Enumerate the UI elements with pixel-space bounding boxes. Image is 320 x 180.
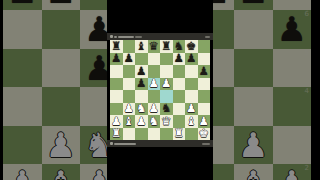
square-h1[interactable]: ♚ (198, 128, 211, 141)
black-rook: ♜ (111, 41, 121, 53)
square-c1[interactable] (135, 128, 148, 141)
square-d4[interactable] (148, 90, 161, 103)
square-c6[interactable]: ♟ (135, 65, 148, 78)
square-g3[interactable]: ♟ (185, 103, 198, 116)
square-f2[interactable] (173, 115, 186, 128)
square-e8[interactable]: ♜ (160, 40, 173, 53)
top-player-bar (107, 33, 213, 40)
black-knight: ♞ (174, 41, 184, 53)
square-a1[interactable]: ♜ (110, 128, 123, 141)
square-g5[interactable] (185, 78, 198, 91)
bottom-player-avatar-icon (110, 142, 113, 145)
square-c3[interactable]: ♞ (135, 103, 148, 116)
square-e2[interactable]: ♛ (160, 115, 173, 128)
white-pawn: ♟ (161, 78, 171, 90)
square-f3[interactable] (173, 103, 186, 116)
square-c2[interactable]: ♟ (135, 115, 148, 128)
square-e4[interactable] (160, 90, 173, 103)
square-d7[interactable] (148, 53, 161, 66)
square-h7[interactable] (198, 53, 211, 66)
square-g1[interactable] (185, 128, 198, 141)
square-b1[interactable] (123, 128, 136, 141)
square-a2[interactable]: ♟ (110, 115, 123, 128)
white-pawn: ♟ (136, 116, 146, 128)
square-c5[interactable]: ♟ (135, 78, 148, 91)
square-h6[interactable]: ♟ (198, 65, 211, 78)
white-pawn: ♟ (186, 103, 196, 115)
white-pawn: ♟ (149, 78, 159, 90)
top-player-title-text (114, 36, 117, 38)
square-b5[interactable] (123, 78, 136, 91)
square-a7[interactable]: ♟ (110, 53, 123, 66)
white-pawn: ♟ (199, 116, 209, 128)
square-h5[interactable] (198, 78, 211, 91)
square-f1[interactable]: ♜ (173, 128, 186, 141)
square-g8[interactable]: ♚ (185, 40, 198, 53)
black-queen: ♛ (149, 41, 159, 53)
square-e7[interactable] (160, 53, 173, 66)
square-a4[interactable] (110, 90, 123, 103)
white-rook: ♜ (111, 128, 121, 140)
top-player-name-text (118, 36, 134, 38)
square-h4[interactable] (198, 90, 211, 103)
square-b8[interactable] (123, 40, 136, 53)
white-knight: ♞ (149, 116, 159, 128)
square-a6[interactable] (110, 65, 123, 78)
black-pawn: ♟ (124, 53, 134, 65)
square-h3[interactable] (198, 103, 211, 116)
square-g6[interactable] (185, 65, 198, 78)
black-bishop: ♝ (136, 41, 146, 53)
square-e5[interactable]: ♟ (160, 78, 173, 91)
black-rook: ♜ (161, 41, 171, 53)
square-d3[interactable]: ♟ (148, 103, 161, 116)
black-pawn: ♟ (111, 53, 121, 65)
white-pawn: ♟ (149, 103, 159, 115)
square-g2[interactable]: ♝ (185, 115, 198, 128)
chess-board[interactable]: ♜♝♛♜♞♚♟♟♟♟♟♟♟♟♟♟♞♟♞♟♟♝♟♞♛♝♟♜♜♚ (110, 40, 210, 140)
white-rook: ♜ (174, 128, 184, 140)
square-b6[interactable] (123, 65, 136, 78)
square-d8[interactable]: ♛ (148, 40, 161, 53)
square-b4[interactable] (123, 90, 136, 103)
white-bishop: ♝ (124, 116, 134, 128)
white-knight: ♞ (136, 103, 146, 115)
square-h2[interactable]: ♟ (198, 115, 211, 128)
white-pawn: ♟ (124, 103, 134, 115)
white-pawn: ♟ (111, 116, 121, 128)
square-f6[interactable] (173, 65, 186, 78)
bottom-player-bar (107, 140, 213, 147)
square-d5[interactable]: ♟ (148, 78, 161, 91)
square-a3[interactable] (110, 103, 123, 116)
square-f4[interactable] (173, 90, 186, 103)
square-d6[interactable] (148, 65, 161, 78)
square-e1[interactable] (160, 128, 173, 141)
square-c4[interactable] (135, 90, 148, 103)
square-a5[interactable] (110, 78, 123, 91)
square-f8[interactable]: ♞ (173, 40, 186, 53)
black-pawn: ♟ (186, 53, 196, 65)
square-e6[interactable] (160, 65, 173, 78)
square-g7[interactable]: ♟ (185, 53, 198, 66)
square-d1[interactable] (148, 128, 161, 141)
square-c8[interactable]: ♝ (135, 40, 148, 53)
square-g4[interactable] (185, 90, 198, 103)
game-panel: ♜♝♛♜♞♚♟♟♟♟♟♟♟♟♟♟♞♟♞♟♟♝♟♞♛♝♟♜♜♚ (107, 0, 213, 180)
white-king: ♚ (199, 128, 209, 140)
white-bishop: ♝ (186, 116, 196, 128)
top-player-clock-text (205, 36, 210, 38)
square-f5[interactable] (173, 78, 186, 91)
square-c7[interactable] (135, 53, 148, 66)
square-a8[interactable]: ♜ (110, 40, 123, 53)
square-f7[interactable]: ♟ (173, 53, 186, 66)
bottom-player-clock-text (202, 143, 210, 145)
square-d2[interactable]: ♞ (148, 115, 161, 128)
white-queen: ♛ (161, 116, 171, 128)
square-h8[interactable] (198, 40, 211, 53)
top-player-rating-text (135, 36, 142, 38)
black-knight: ♞ (161, 103, 171, 115)
video-frame: ♜♝♛♜♞♚8♟♟♟♟7♟♟6♟♟♟54♟♞♟♞♟3♟♝♟♞♛♝♟2♜♜♚1 ♜… (0, 0, 320, 180)
black-pawn: ♟ (199, 66, 209, 78)
square-b3[interactable]: ♟ (123, 103, 136, 116)
square-b7[interactable]: ♟ (123, 53, 136, 66)
black-pawn: ♟ (136, 78, 146, 90)
square-b2[interactable]: ♝ (123, 115, 136, 128)
square-e3[interactable]: ♞ (160, 103, 173, 116)
black-pawn: ♟ (136, 66, 146, 78)
top-player-avatar-icon (110, 35, 113, 38)
black-pawn: ♟ (174, 53, 184, 65)
bottom-player-name-text (114, 143, 136, 145)
black-king: ♚ (186, 41, 196, 53)
